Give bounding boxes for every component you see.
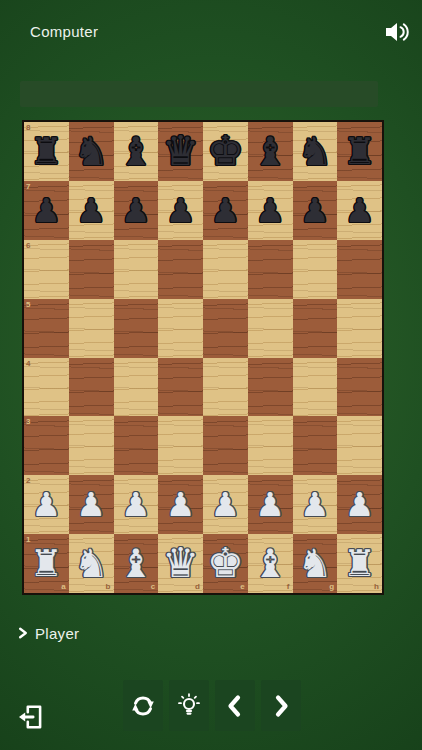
piece-black-bishop[interactable]: ♝	[118, 132, 153, 171]
square-g1[interactable]: g♞	[293, 534, 338, 593]
player-row[interactable]: Player	[16, 624, 79, 642]
piece-white-pawn[interactable]: ♟	[166, 488, 196, 521]
rank-label: 8	[26, 124, 30, 132]
file-label: b	[106, 583, 111, 591]
rank-label: 4	[26, 360, 30, 368]
file-label: a	[61, 583, 65, 591]
speaker-on-icon	[383, 19, 411, 45]
square-b5[interactable]	[69, 299, 114, 358]
player-name: Player	[35, 625, 79, 642]
square-a5[interactable]: 5	[24, 299, 69, 358]
exit-door-icon	[16, 700, 46, 734]
square-g2[interactable]: ♟	[293, 475, 338, 534]
piece-white-pawn[interactable]: ♟	[300, 488, 330, 521]
piece-black-pawn[interactable]: ♟	[300, 194, 330, 227]
square-h2[interactable]: ♟	[337, 475, 382, 534]
square-a3[interactable]: 3	[24, 416, 69, 475]
refresh-icon	[129, 692, 157, 720]
square-h1[interactable]: h♜	[337, 534, 382, 593]
square-e7[interactable]: ♟	[203, 181, 248, 240]
square-e1[interactable]: e♚	[203, 534, 248, 593]
rank-label: 7	[26, 183, 30, 191]
piece-white-rook[interactable]: ♜	[343, 545, 376, 582]
square-c7[interactable]: ♟	[114, 181, 159, 240]
chevron-left-icon	[221, 692, 249, 720]
square-g6[interactable]	[293, 240, 338, 299]
square-d4[interactable]	[158, 358, 203, 417]
piece-black-pawn[interactable]: ♟	[121, 194, 151, 227]
square-h3[interactable]	[337, 416, 382, 475]
square-e8[interactable]: ♚	[203, 122, 248, 181]
square-a8[interactable]: 8♜	[24, 122, 69, 181]
square-h5[interactable]	[337, 299, 382, 358]
square-a2[interactable]: 2♟	[24, 475, 69, 534]
undo-button[interactable]	[215, 680, 255, 731]
file-label: h	[374, 583, 379, 591]
piece-white-knight[interactable]: ♞	[74, 544, 109, 583]
square-a6[interactable]: 6	[24, 240, 69, 299]
file-label: e	[240, 583, 244, 591]
square-f2[interactable]: ♟	[248, 475, 293, 534]
square-e6[interactable]	[203, 240, 248, 299]
square-c2[interactable]: ♟	[114, 475, 159, 534]
app-screen: Computer 8♜♞♝♛♚♝♞♜7♟♟♟♟♟♟♟♟65432♟♟♟♟♟♟♟♟…	[0, 0, 422, 750]
file-label: g	[329, 583, 334, 591]
square-g8[interactable]: ♞	[293, 122, 338, 181]
square-a1[interactable]: 1a♜	[24, 534, 69, 593]
piece-black-rook[interactable]: ♜	[30, 133, 63, 170]
piece-black-rook[interactable]: ♜	[343, 133, 376, 170]
capture-tray	[20, 81, 378, 107]
square-g3[interactable]	[293, 416, 338, 475]
square-e4[interactable]	[203, 358, 248, 417]
piece-black-knight[interactable]: ♞	[297, 132, 332, 171]
square-d2[interactable]: ♟	[158, 475, 203, 534]
square-c8[interactable]: ♝	[114, 122, 159, 181]
piece-white-pawn[interactable]: ♟	[255, 488, 285, 521]
chess-board: 8♜♞♝♛♚♝♞♜7♟♟♟♟♟♟♟♟65432♟♟♟♟♟♟♟♟1a♜b♞c♝d♛…	[22, 120, 384, 595]
square-d7[interactable]: ♟	[158, 181, 203, 240]
piece-black-pawn[interactable]: ♟	[166, 194, 196, 227]
rank-label: 3	[26, 418, 30, 426]
restart-button[interactable]	[123, 680, 163, 731]
square-h6[interactable]	[337, 240, 382, 299]
rank-label: 1	[26, 536, 30, 544]
square-c3[interactable]	[114, 416, 159, 475]
square-b2[interactable]: ♟	[69, 475, 114, 534]
square-f6[interactable]	[248, 240, 293, 299]
square-d8[interactable]: ♛	[158, 122, 203, 181]
square-g7[interactable]: ♟	[293, 181, 338, 240]
square-c1[interactable]: c♝	[114, 534, 159, 593]
square-e5[interactable]	[203, 299, 248, 358]
file-label: d	[195, 583, 200, 591]
rank-label: 5	[26, 301, 30, 309]
piece-black-pawn[interactable]: ♟	[255, 194, 285, 227]
square-c4[interactable]	[114, 358, 159, 417]
rank-label: 2	[26, 477, 30, 485]
square-g5[interactable]	[293, 299, 338, 358]
square-b7[interactable]: ♟	[69, 181, 114, 240]
piece-white-bishop[interactable]: ♝	[253, 544, 288, 583]
rank-label: 6	[26, 242, 30, 250]
chevron-right-icon	[16, 626, 29, 640]
square-f3[interactable]	[248, 416, 293, 475]
square-e2[interactable]: ♟	[203, 475, 248, 534]
file-label: f	[287, 583, 290, 591]
piece-white-pawn[interactable]: ♟	[76, 488, 106, 521]
piece-white-queen[interactable]: ♛	[162, 543, 199, 584]
square-b1[interactable]: b♞	[69, 534, 114, 593]
redo-button[interactable]	[261, 680, 301, 731]
bottom-toolbar	[123, 680, 301, 731]
sound-button[interactable]	[381, 17, 413, 47]
square-f5[interactable]	[248, 299, 293, 358]
piece-black-queen[interactable]: ♛	[162, 131, 199, 172]
square-d1[interactable]: d♛	[158, 534, 203, 593]
piece-white-knight[interactable]: ♞	[297, 544, 332, 583]
square-g4[interactable]	[293, 358, 338, 417]
file-label: c	[151, 583, 155, 591]
square-a4[interactable]: 4	[24, 358, 69, 417]
piece-white-pawn[interactable]: ♟	[32, 488, 62, 521]
square-b3[interactable]	[69, 416, 114, 475]
piece-black-pawn[interactable]: ♟	[211, 194, 241, 227]
piece-black-knight[interactable]: ♞	[74, 132, 109, 171]
square-f4[interactable]	[248, 358, 293, 417]
chevron-right-icon	[267, 692, 295, 720]
square-b6[interactable]	[69, 240, 114, 299]
square-f8[interactable]: ♝	[248, 122, 293, 181]
square-b8[interactable]: ♞	[69, 122, 114, 181]
piece-black-pawn[interactable]: ♟	[345, 194, 375, 227]
piece-white-rook[interactable]: ♜	[30, 545, 63, 582]
square-b4[interactable]	[69, 358, 114, 417]
piece-black-king[interactable]: ♚	[207, 131, 244, 172]
square-c5[interactable]	[114, 299, 159, 358]
square-c6[interactable]	[114, 240, 159, 299]
square-a7[interactable]: 7♟	[24, 181, 69, 240]
piece-white-bishop[interactable]: ♝	[118, 544, 153, 583]
exit-button[interactable]	[14, 696, 48, 738]
square-f1[interactable]: f♝	[248, 534, 293, 593]
piece-white-pawn[interactable]: ♟	[211, 488, 241, 521]
square-h7[interactable]: ♟	[337, 181, 382, 240]
square-e3[interactable]	[203, 416, 248, 475]
hint-button[interactable]	[169, 680, 209, 731]
piece-white-pawn[interactable]: ♟	[345, 488, 375, 521]
piece-black-pawn[interactable]: ♟	[32, 194, 62, 227]
square-f7[interactable]: ♟	[248, 181, 293, 240]
square-d5[interactable]	[158, 299, 203, 358]
square-d6[interactable]	[158, 240, 203, 299]
square-d3[interactable]	[158, 416, 203, 475]
piece-white-king[interactable]: ♚	[207, 543, 244, 584]
piece-black-bishop[interactable]: ♝	[253, 132, 288, 171]
piece-white-pawn[interactable]: ♟	[121, 488, 151, 521]
opponent-name: Computer	[30, 23, 98, 40]
lightbulb-icon	[175, 692, 203, 720]
piece-black-pawn[interactable]: ♟	[76, 194, 106, 227]
square-h8[interactable]: ♜	[337, 122, 382, 181]
square-h4[interactable]	[337, 358, 382, 417]
